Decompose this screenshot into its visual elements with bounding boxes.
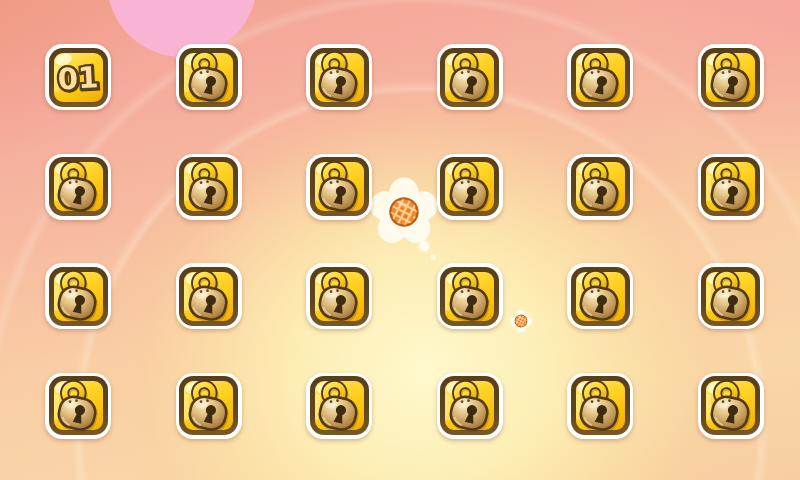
level-button-02[interactable] — [176, 44, 242, 110]
level-button-16[interactable] — [437, 263, 503, 329]
level-button-19[interactable] — [45, 373, 111, 439]
level-button-22[interactable] — [437, 373, 503, 439]
level-button-15[interactable] — [306, 263, 372, 329]
padlock-icon — [444, 380, 496, 432]
padlock-icon — [574, 270, 626, 322]
padlock-icon — [183, 51, 235, 103]
level-number-label: 01 — [52, 51, 104, 103]
level-button-12[interactable] — [698, 154, 764, 220]
level-button-01[interactable]: 01 — [45, 44, 111, 110]
padlock-icon — [52, 270, 104, 322]
level-button-08[interactable] — [176, 154, 242, 220]
padlock-icon — [574, 161, 626, 213]
padlock-icon — [574, 51, 626, 103]
padlock-icon — [313, 51, 365, 103]
padlock-icon — [705, 380, 757, 432]
level-button-18[interactable] — [698, 263, 764, 329]
padlock-icon — [574, 380, 626, 432]
padlock-icon — [444, 51, 496, 103]
level-button-24[interactable] — [698, 373, 764, 439]
padlock-icon — [183, 270, 235, 322]
level-button-06[interactable] — [698, 44, 764, 110]
padlock-icon — [444, 161, 496, 213]
padlock-icon — [444, 270, 496, 322]
svg-text:01: 01 — [57, 60, 99, 96]
level-button-07[interactable] — [45, 154, 111, 220]
padlock-icon — [705, 270, 757, 322]
level-button-21[interactable] — [306, 373, 372, 439]
padlock-icon — [183, 380, 235, 432]
padlock-icon — [313, 161, 365, 213]
padlock-icon — [52, 380, 104, 432]
level-button-14[interactable] — [176, 263, 242, 329]
level-grid: 01 — [45, 44, 764, 439]
level-button-17[interactable] — [567, 263, 633, 329]
padlock-icon — [705, 51, 757, 103]
level-button-13[interactable] — [45, 263, 111, 329]
level-button-04[interactable] — [437, 44, 503, 110]
padlock-icon — [183, 161, 235, 213]
level-button-11[interactable] — [567, 154, 633, 220]
level-button-23[interactable] — [567, 373, 633, 439]
padlock-icon — [313, 380, 365, 432]
level-button-05[interactable] — [567, 44, 633, 110]
level-button-09[interactable] — [306, 154, 372, 220]
level-select-screen: 01 — [0, 0, 800, 480]
level-button-10[interactable] — [437, 154, 503, 220]
padlock-icon — [313, 270, 365, 322]
level-button-20[interactable] — [176, 373, 242, 439]
level-button-03[interactable] — [306, 44, 372, 110]
padlock-icon — [705, 161, 757, 213]
padlock-icon — [52, 161, 104, 213]
